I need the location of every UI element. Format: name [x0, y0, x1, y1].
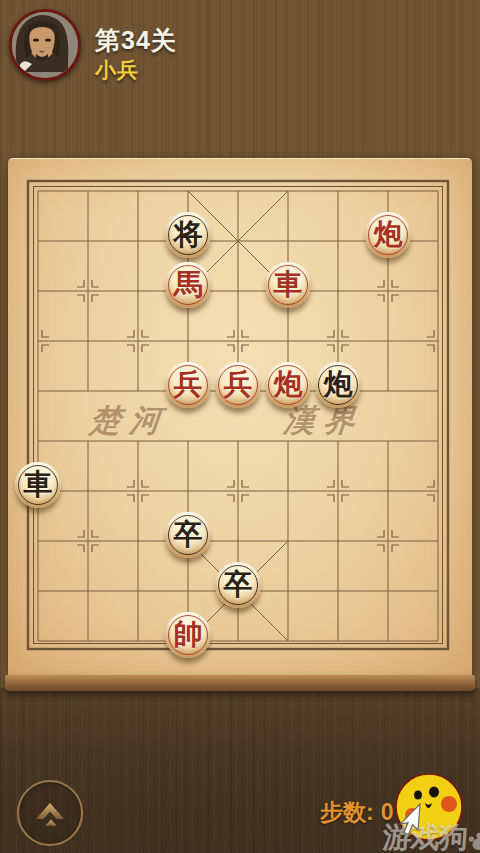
piece-red-r9c3[interactable]: 帥: [165, 612, 211, 658]
player-avatar: [9, 9, 81, 81]
piece-character: 帥: [174, 620, 203, 649]
header: 第34关 小兵: [0, 0, 480, 110]
piece-character: 将: [174, 220, 203, 249]
piece-black-r7c3[interactable]: 卒: [165, 512, 211, 558]
board-edge-bevel: [5, 675, 475, 691]
piece-character: 車: [274, 270, 303, 299]
watermark-text: 游戏狗: [382, 821, 468, 853]
expand-menu-button[interactable]: [17, 780, 83, 846]
piece-character: 卒: [224, 570, 253, 599]
piece-red-r1c7[interactable]: 炮: [365, 212, 411, 258]
piece-character: 兵: [224, 370, 253, 399]
mouse-cursor-icon: [398, 803, 424, 839]
level-subtitle: 小兵: [95, 56, 139, 84]
piece-red-r4c3[interactable]: 兵: [165, 362, 211, 408]
piece-red-r4c5[interactable]: 炮: [265, 362, 311, 408]
piece-character: 車: [24, 470, 53, 499]
piece-red-r4c4[interactable]: 兵: [215, 362, 261, 408]
paw-icon: [467, 831, 480, 851]
warrior-portrait-icon: [12, 12, 72, 72]
piece-character: 炮: [324, 370, 353, 399]
piece-character: 卒: [174, 520, 203, 549]
chevron-up-icon: [30, 791, 70, 835]
piece-red-r2c5[interactable]: 車: [265, 262, 311, 308]
piece-character: 兵: [174, 370, 203, 399]
piece-black-r1c3[interactable]: 将: [165, 212, 211, 258]
step-counter: 步数:0: [320, 797, 393, 828]
pieces-grid: 将炮馬車兵兵炮炮車卒卒帥: [13, 165, 463, 665]
piece-black-r8c4[interactable]: 卒: [215, 562, 261, 608]
piece-red-r2c3[interactable]: 馬: [165, 262, 211, 308]
piece-black-r6c0[interactable]: 車: [15, 462, 61, 508]
step-counter-label: 步数:: [320, 799, 374, 825]
level-title: 第34关: [95, 24, 177, 57]
piece-character: 馬: [174, 270, 203, 299]
piece-black-r4c6[interactable]: 炮: [315, 362, 361, 408]
piece-character: 炮: [274, 370, 303, 399]
site-watermark: 游戏狗: [382, 818, 480, 853]
piece-character: 炮: [374, 220, 403, 249]
